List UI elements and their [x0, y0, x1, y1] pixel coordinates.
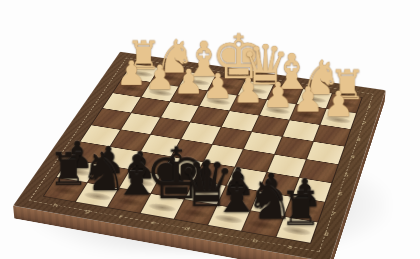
piece-shadow [62, 166, 92, 177]
white-bishop-icon: ♝ [269, 50, 313, 95]
piece-shadow [247, 218, 279, 230]
rank-label-3: 3 [353, 130, 363, 148]
piece-shadow [264, 106, 292, 115]
square-h4 [92, 108, 131, 128]
white-knight-g1: ♞ [154, 35, 183, 77]
piece-shadow [324, 115, 352, 124]
white-knight-icon: ♞ [299, 56, 341, 100]
file-label-e: e [136, 217, 172, 228]
piece-shadow [256, 198, 287, 210]
chess-board: ♜♞♝♚♛♝♞♜♟♟♟♟♟♟♟♟♟♟♟♟♟♟♟♟♜♞♝♚♛♝♞♜ hgfedcb… [13, 51, 386, 259]
piece-shadow [180, 207, 211, 219]
piece-shadow [156, 73, 183, 82]
rank-label-7: 7 [328, 203, 340, 224]
white-rook-icon: ♜ [329, 66, 366, 104]
rank-label-2: 2 [359, 114, 369, 131]
piece-shadow [146, 88, 173, 97]
piece-shadow [50, 185, 81, 196]
rank-label-4: 4 [347, 147, 357, 165]
piece-shadow [222, 193, 253, 204]
file-label-f: f [103, 211, 139, 222]
piece-shadow [114, 196, 145, 207]
file-label-d: d [169, 223, 205, 234]
piece-shadow [82, 190, 113, 201]
rank-label-6: 6 [334, 184, 345, 204]
piece-shadow [184, 77, 211, 86]
scene: ♜♞♝♚♛♝♞♜♟♟♟♟♟♟♟♟♟♟♟♟♟♟♟♟♜♞♝♚♛♝♞♜ hgfedcb… [0, 0, 420, 259]
square-a2: ♟ [320, 108, 356, 128]
white-king-icon: ♚ [211, 30, 266, 87]
piece-shadow [118, 84, 145, 93]
black-pawn-icon: ♟ [61, 137, 94, 171]
piece-shadow [242, 86, 269, 95]
white-bishop-c1: ♝ [269, 50, 298, 95]
square-h5 [81, 125, 121, 146]
white-queen-d1: ♛ [240, 40, 269, 91]
piece-shadow [128, 69, 155, 77]
file-label-h: h [38, 200, 73, 211]
piece-shadow [125, 177, 155, 188]
white-bishop-f1: ♝ [183, 38, 212, 82]
piece-shadow [157, 182, 188, 193]
piece-shadow [294, 110, 322, 119]
piece-shadow [175, 92, 202, 101]
white-rook-a1: ♜ [329, 66, 359, 104]
piece-shadow [213, 213, 245, 225]
piece-shadow [289, 204, 320, 216]
board-right-edge [329, 90, 386, 259]
white-knight-b1: ♞ [299, 56, 329, 100]
piece-shadow [204, 97, 232, 106]
file-label-b: b [237, 235, 274, 246]
piece-shadow [213, 82, 240, 91]
rank-label-5: 5 [341, 165, 352, 184]
square-a8: ♜ [276, 216, 317, 242]
rank-label-1: 1 [365, 98, 375, 114]
piece-shadow [234, 101, 262, 110]
file-label-c: c [203, 229, 240, 240]
piece-shadow [331, 99, 358, 108]
white-bishop-icon: ♝ [183, 38, 226, 82]
photo-stage: ♜♞♝♚♛♝♞♜♟♟♟♟♟♟♟♟♟♟♟♟♟♟♟♟♜♞♝♚♛♝♞♜ hgfedcb… [0, 0, 420, 259]
white-king-e1: ♚ [211, 30, 240, 87]
file-label-a: a [272, 241, 309, 253]
white-rook-icon: ♜ [126, 37, 161, 73]
piece-shadow [190, 187, 221, 198]
rank-label-8: 8 [320, 223, 332, 245]
piece-shadow [94, 171, 124, 182]
board-grid: ♜♞♝♚♛♝♞♜♟♟♟♟♟♟♟♟♟♟♟♟♟♟♟♟♜♞♝♚♛♝♞♜ [44, 63, 361, 242]
piece-shadow [281, 224, 313, 236]
white-rook-h1: ♜ [126, 37, 155, 73]
piece-shadow [271, 90, 298, 99]
square-a4 [307, 141, 344, 163]
piece-shadow [147, 201, 178, 213]
white-queen-icon: ♛ [240, 40, 290, 91]
square-b1: ♞ [297, 89, 332, 108]
file-label-g: g [70, 205, 105, 216]
piece-shadow [301, 95, 328, 104]
